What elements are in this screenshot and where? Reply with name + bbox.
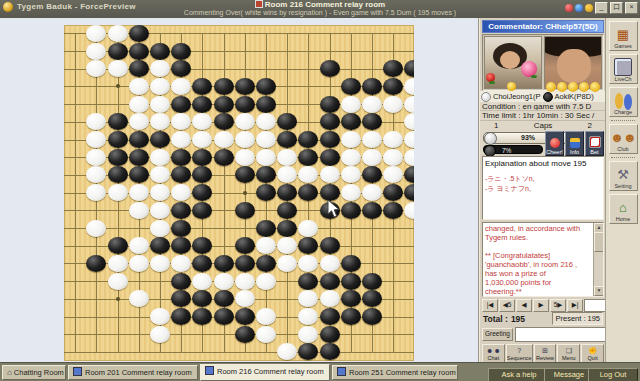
white-stone — [86, 184, 106, 201]
side-toolbar: ▦GamesLiveChCharge☻☻Club⚒Setting⌂Home — [605, 18, 640, 365]
black-stone — [235, 326, 255, 343]
black-stone — [192, 96, 212, 113]
white-stone — [150, 149, 170, 166]
black-stone — [108, 166, 128, 183]
black-stone — [171, 149, 191, 166]
black-stone — [362, 202, 382, 219]
black-stone — [320, 96, 340, 113]
slider-knob[interactable] — [484, 145, 496, 157]
white-stone — [108, 184, 128, 201]
room-tab-icon — [337, 367, 346, 376]
game-status-subtitle: Commenting Over( white wins by resignati… — [150, 9, 490, 17]
white-stone — [256, 237, 276, 254]
black-stone — [235, 237, 255, 254]
forward-5-button[interactable]: 5▶ — [550, 299, 566, 312]
black-stone — [192, 255, 212, 272]
white-stone — [129, 290, 149, 307]
titlebar-center: Room 216 Comment relay room Commenting O… — [150, 0, 490, 17]
black-stone — [214, 255, 234, 272]
black-stone — [320, 237, 340, 254]
white-stone — [192, 273, 212, 290]
white-stone — [150, 113, 170, 130]
black-stone — [214, 78, 234, 95]
black-stone — [404, 184, 414, 201]
commentator-photos — [482, 34, 604, 91]
white-stone — [171, 255, 191, 272]
slider-knob[interactable] — [484, 132, 497, 145]
totals-row: Total : 195 Present :195 — [480, 312, 606, 325]
white-stone — [362, 96, 382, 113]
greeting-button[interactable]: Greeting — [482, 328, 513, 341]
globe-icon[interactable] — [575, 4, 583, 12]
menu-button[interactable]: ❏Menu — [557, 344, 580, 363]
present-move: 195 — [587, 313, 600, 324]
white-stone — [214, 273, 234, 290]
black-stone — [150, 131, 170, 148]
black-stone — [171, 96, 191, 113]
black-stone — [171, 202, 191, 219]
avatar-face — [500, 51, 520, 69]
star-point — [116, 84, 120, 88]
explanation-header: Explanation about move 195 — [485, 159, 601, 168]
white-stone-icon — [481, 92, 491, 102]
white-stone — [86, 60, 106, 77]
chat-line: ** [Congratulatates] — [485, 251, 593, 260]
home-icon: ⌂ — [7, 368, 12, 377]
caps-label: Caps — [534, 121, 553, 130]
black-stone — [129, 60, 149, 77]
white-stone — [150, 202, 170, 219]
white-stone — [320, 166, 340, 183]
white-stone — [86, 113, 106, 130]
toolbar-games-button[interactable]: ▦Games — [609, 21, 638, 51]
info-button[interactable]: Info — [565, 131, 584, 156]
explanation-box: Explanation about move 195 -ラニ・.5トソn,-ラ … — [482, 156, 604, 220]
black-stone — [298, 131, 318, 148]
key-icon[interactable] — [585, 4, 593, 12]
chat-box: changed, in accordance withTygem rules. … — [482, 222, 604, 297]
black-stone — [298, 149, 318, 166]
white-stone — [362, 131, 382, 148]
black-stone — [235, 96, 255, 113]
white-stone — [277, 255, 297, 272]
black-stone — [171, 308, 191, 325]
black-player-name: AokiK(P8D) — [555, 92, 594, 101]
question-icon: ? — [517, 347, 521, 355]
sequence-button[interactable]: ?Sequence — [506, 344, 533, 363]
black-stone — [171, 237, 191, 254]
white-stone — [235, 131, 255, 148]
flower-icon — [557, 82, 567, 92]
greeting-row: Greeting — [480, 325, 606, 342]
tab-room-251[interactable]: Room 251 Comment relay room — [332, 365, 458, 380]
right-panel: Commentator: CHhelp57(5D) ChoiJeong1 — [479, 18, 606, 365]
cheer-ball-icon — [550, 138, 560, 148]
dice-icon — [589, 136, 601, 148]
review-button[interactable]: ⊞Review — [534, 344, 557, 363]
quit-button[interactable]: ✊Quit — [581, 344, 604, 363]
people-icon: ☻☻ — [486, 347, 501, 355]
white-stone — [404, 202, 414, 219]
black-stone-icon — [543, 92, 553, 102]
black-stone — [214, 290, 234, 307]
black-stone — [298, 273, 318, 290]
white-stone — [129, 202, 149, 219]
toolbar-divider — [611, 120, 635, 121]
black-vote-pct: 7% — [502, 147, 511, 154]
room-heading: Room 216 Comment relay room — [150, 0, 490, 9]
black-stone — [320, 131, 340, 148]
black-stone — [171, 290, 191, 307]
toolbar-club-button[interactable]: ☻☻Club — [609, 124, 638, 154]
chat-line: changed, in accordance with — [485, 224, 593, 233]
black-stone — [235, 308, 255, 325]
black-stone — [383, 184, 403, 201]
black-stone — [171, 273, 191, 290]
black-stone — [192, 202, 212, 219]
chat-line: has won a prize of — [485, 269, 593, 278]
review-icon: ⊞ — [542, 347, 548, 355]
black-stone — [129, 25, 149, 42]
white-stone — [383, 166, 403, 183]
white-stone — [277, 149, 297, 166]
titlebar: Tygem Baduk - ForcePreview Room 216 Comm… — [0, 0, 640, 18]
go-board[interactable] — [64, 25, 414, 361]
white-stone — [171, 131, 191, 148]
white-stone — [129, 96, 149, 113]
white-stone — [150, 78, 170, 95]
chat-line: 1,030,000 points for — [485, 278, 593, 287]
black-stone — [277, 220, 297, 237]
tab-room-201[interactable]: Room 201 Comment relay room — [68, 365, 198, 380]
back-5-button[interactable]: ◀5 — [499, 299, 515, 312]
chat-button[interactable]: ☻☻Chat — [482, 344, 505, 363]
black-stone — [362, 290, 382, 307]
white-stone — [129, 78, 149, 95]
white-stone — [86, 131, 106, 148]
white-stone — [341, 166, 361, 183]
black-stone — [256, 78, 276, 95]
back-button[interactable]: ◀ — [516, 299, 532, 312]
star-point — [243, 191, 247, 195]
present-move-box: Present :195 — [552, 312, 603, 325]
white-stone — [341, 96, 361, 113]
white-stone — [150, 255, 170, 272]
black-stone — [108, 43, 128, 60]
black-stone — [341, 290, 361, 307]
white-stone — [129, 113, 149, 130]
black-stone — [277, 113, 297, 130]
white-stone — [129, 237, 149, 254]
leaf-icon — [489, 81, 495, 84]
white-stone — [256, 113, 276, 130]
white-stone — [362, 149, 382, 166]
black-stone — [171, 220, 191, 237]
black-stone — [298, 237, 318, 254]
black-stone — [362, 308, 382, 325]
black-stone — [341, 113, 361, 130]
black-stone — [214, 308, 234, 325]
black-stone — [341, 78, 361, 95]
black-stone — [150, 43, 170, 60]
black-stone — [235, 166, 255, 183]
tab-chatting-room[interactable]: ⌂Chatting Room — [2, 365, 66, 380]
toolbar-setting-button[interactable]: ⚒Setting — [609, 161, 638, 191]
grid-line — [64, 228, 414, 229]
white-stone — [298, 290, 318, 307]
white-stone — [320, 255, 340, 272]
flower-icon — [568, 82, 578, 92]
skin-icon[interactable] — [565, 4, 573, 12]
tv-icon — [614, 58, 632, 76]
total-label: Total : — [483, 314, 508, 324]
bottom-bar: ⌂Chatting RoomRoom 201 Comment relay roo… — [0, 362, 640, 381]
black-stone — [171, 60, 191, 77]
explanation-line: -ラ ヨミナフn, — [485, 184, 601, 194]
white-stone — [256, 149, 276, 166]
white-stone — [171, 78, 191, 95]
toolbar-charge-button[interactable]: Charge — [609, 87, 638, 117]
window-title: Tygem Baduk - ForcePreview — [17, 2, 136, 11]
total-moves: 195 — [511, 314, 525, 324]
black-stone — [341, 273, 361, 290]
vote-section: 93% 7% Cheer!InfoBet — [480, 130, 606, 154]
black-stone — [192, 308, 212, 325]
cheer-button[interactable]: Cheer! — [545, 131, 564, 156]
white-stone — [404, 131, 414, 148]
time-limit-line: Time limit : 1hr 10min : 30 Sec / — [480, 111, 606, 120]
black-stone — [277, 202, 297, 219]
toolbar-home-button[interactable]: ⌂Home — [609, 194, 638, 224]
forward-button[interactable]: ▶ — [533, 299, 549, 312]
room-tab-icon — [205, 366, 214, 375]
black-stone — [108, 131, 128, 148]
app-icon — [3, 2, 13, 12]
white-stone — [171, 113, 191, 130]
black-stone — [192, 78, 212, 95]
tab-room-216[interactable]: Room 216 Comment relay room — [200, 364, 330, 381]
white-stone — [298, 166, 318, 183]
white-stone — [171, 184, 191, 201]
black-stone — [192, 290, 212, 307]
black-stone — [129, 131, 149, 148]
black-stone — [214, 149, 234, 166]
black-stone — [341, 308, 361, 325]
black-stone — [256, 255, 276, 272]
chat-line: 'guanchaobb', in room 216 , — [485, 260, 593, 269]
black-stone — [383, 78, 403, 95]
white-stone — [383, 149, 403, 166]
home-icon: ⌂ — [619, 200, 627, 216]
white-stone — [256, 326, 276, 343]
chat-line — [485, 242, 593, 251]
chat-text: changed, in accordance withTygem rules. … — [485, 224, 593, 296]
white-stone — [86, 149, 106, 166]
black-stone — [362, 273, 382, 290]
black-stone — [86, 255, 106, 272]
chat-line: Tygem rules. — [485, 233, 593, 242]
white-stone — [383, 131, 403, 148]
black-stone — [320, 308, 340, 325]
leaf-icon — [531, 75, 537, 78]
setting-icon: ⚒ — [617, 167, 629, 183]
white-stone — [192, 131, 212, 148]
black-stone — [383, 60, 403, 77]
black-stone — [192, 237, 212, 254]
commentator-header: Commentator: CHhelp57(5D) — [482, 20, 604, 33]
black-stone — [320, 113, 340, 130]
avatar-face — [557, 49, 591, 83]
white-stone — [150, 166, 170, 183]
black-stone — [320, 273, 340, 290]
white-stone — [214, 131, 234, 148]
white-stone — [150, 326, 170, 343]
black-stone — [404, 60, 414, 77]
black-stone — [214, 96, 234, 113]
black-stone — [108, 113, 128, 130]
black-stone — [256, 220, 276, 237]
room-icon — [255, 0, 263, 8]
flower-icon — [546, 82, 556, 92]
black-stone — [192, 149, 212, 166]
captures-row: 1 Caps 2 — [480, 121, 606, 130]
white-stone — [298, 326, 318, 343]
black-stone — [341, 202, 361, 219]
black-stone — [362, 78, 382, 95]
games-icon: ▦ — [617, 27, 629, 43]
black-stone — [171, 43, 191, 60]
black-stone — [277, 131, 297, 148]
flower-icon — [507, 82, 516, 91]
white-stone — [235, 149, 255, 166]
scroll-thumb[interactable] — [594, 232, 604, 252]
minimize-button[interactable]: _ — [595, 2, 608, 14]
white-stone — [341, 184, 361, 201]
black-stone — [404, 166, 414, 183]
white-stone — [129, 255, 149, 272]
ask-a-help-button[interactable]: Ask a help — [488, 368, 550, 381]
black-stone — [383, 202, 403, 219]
white-stone — [86, 43, 106, 60]
black-stone — [235, 202, 255, 219]
white-stone — [129, 184, 149, 201]
white-stone — [277, 343, 297, 360]
white-stone — [256, 273, 276, 290]
log-out-button[interactable]: Log Out — [588, 368, 638, 381]
mouse-cursor — [327, 200, 340, 219]
black-stone — [298, 184, 318, 201]
condition-line: Condition : en game with 7.5 D — [480, 102, 606, 111]
black-stone — [192, 166, 212, 183]
white-stone — [235, 273, 255, 290]
black-stone — [362, 113, 382, 130]
toolbar-livech-button[interactable]: LiveCh — [609, 54, 638, 84]
grid-line — [64, 352, 414, 353]
board-pane — [0, 18, 479, 362]
white-stone — [108, 273, 128, 290]
white-stone — [150, 184, 170, 201]
black-stone — [129, 43, 149, 60]
white-stone — [192, 113, 212, 130]
black-stone — [150, 237, 170, 254]
black-vote-slider[interactable]: 7% — [483, 145, 543, 154]
black-stone — [298, 343, 318, 360]
black-stone — [256, 96, 276, 113]
toolbar-divider — [611, 157, 635, 158]
star-point — [116, 297, 120, 301]
white-stone — [150, 96, 170, 113]
black-stone — [214, 113, 234, 130]
white-stone — [86, 220, 106, 237]
last-move-button[interactable]: ▶| — [567, 299, 583, 312]
black-stone — [235, 78, 255, 95]
tygem-client-window: Tygem Baduk - ForcePreview Room 216 Comm… — [0, 0, 640, 381]
first-move-button[interactable]: |◀ — [482, 299, 498, 312]
white-stone — [404, 149, 414, 166]
white-stone — [108, 25, 128, 42]
white-stone — [298, 255, 318, 272]
white-stone — [150, 308, 170, 325]
black-stone — [362, 166, 382, 183]
players-row: ChoiJeong1(P AokiK(P8D) — [480, 91, 606, 101]
white-stone — [86, 166, 106, 183]
black-stone — [320, 184, 340, 201]
message-button[interactable]: Message — [544, 368, 594, 381]
white-stone — [341, 149, 361, 166]
black-stone — [129, 166, 149, 183]
close-button[interactable]: × — [625, 2, 638, 14]
bet-info-icon — [570, 138, 580, 148]
white-captures: 1 — [494, 121, 498, 130]
black-stone — [320, 326, 340, 343]
white-stone — [320, 290, 340, 307]
bubble-icon: ❏ — [566, 347, 572, 355]
black-stone — [256, 184, 276, 201]
white-player-name: ChoiJeong1(P — [493, 92, 541, 101]
chat-line: cheering.** — [485, 287, 593, 296]
white-stone — [150, 220, 170, 237]
white-stone — [341, 131, 361, 148]
white-stone — [235, 113, 255, 130]
black-stone — [235, 255, 255, 272]
white-stone — [256, 131, 276, 148]
white-stone — [404, 78, 414, 95]
explanation-line: -ラニ・.5トソn, — [485, 174, 601, 184]
white-stone — [404, 96, 414, 113]
white-stone — [383, 96, 403, 113]
club-icon: ☻☻ — [610, 130, 635, 146]
black-stone — [129, 149, 149, 166]
black-stone — [256, 166, 276, 183]
chat-scrollbar[interactable]: ▲ ▼ — [593, 223, 603, 296]
black-stone — [277, 184, 297, 201]
flower-icon — [579, 82, 589, 92]
flower-icon — [590, 82, 600, 92]
move-navigation: |◀◀5◀▶5▶▶| GO — [480, 297, 606, 312]
white-stone — [108, 255, 128, 272]
white-stone — [235, 290, 255, 307]
black-stone — [320, 60, 340, 77]
bet-button[interactable]: Bet — [585, 131, 604, 156]
maximize-button[interactable]: 口 — [610, 2, 623, 14]
black-stone — [320, 149, 340, 166]
white-stone — [277, 166, 297, 183]
black-stone — [108, 237, 128, 254]
black-stone — [320, 343, 340, 360]
white-stone — [150, 60, 170, 77]
white-vote-pct: 93% — [521, 134, 535, 141]
scroll-down-icon[interactable]: ▼ — [594, 286, 604, 296]
